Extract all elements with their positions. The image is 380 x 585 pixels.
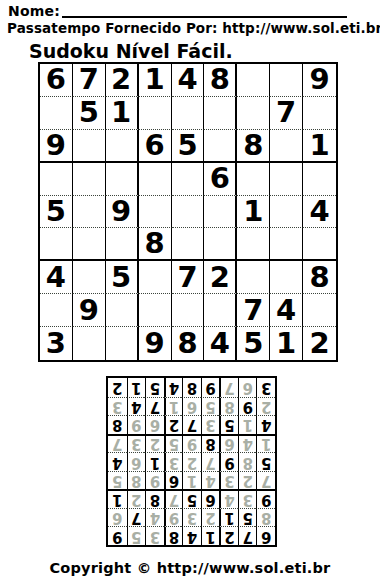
cell-r4c4: 4 [201,471,220,490]
cell-r9c1: 3 [40,327,73,360]
cell-r6c6[interactable] [204,228,237,261]
cell-r3c9: 1 [303,130,336,163]
cell-r4c3[interactable] [106,163,139,196]
cell-r9c7: 5 [145,378,164,397]
cell-r8c9: 3 [108,397,127,416]
cell-r1c1: 6 [40,64,73,97]
cell-r1c8: 5 [127,526,146,545]
cell-r6c1: 1 [256,434,275,453]
cell-r9c8: 1 [270,327,303,360]
cell-r2c4: 2 [201,508,220,527]
cell-r5c6[interactable] [204,196,237,229]
cell-r1c6: 8 [204,64,237,97]
cell-r5c7: 1 [145,452,164,471]
cell-r8c5: 6 [182,397,201,416]
cell-r1c1: 6 [256,526,275,545]
cell-r8c2: 9 [238,397,257,416]
cell-r2c3: 1 [106,97,139,130]
cell-r8c4[interactable] [139,294,172,327]
cell-r5c2[interactable] [73,196,106,229]
cell-r6c7: 2 [145,434,164,453]
cell-r1c6: 8 [164,526,183,545]
cell-r4c6: 6 [204,163,237,196]
cell-r7c9: 8 [108,415,127,434]
cell-r5c5[interactable] [172,196,205,229]
cell-r7c6: 2 [204,261,237,294]
cell-r1c5: 4 [172,64,205,97]
cell-r8c4: 5 [201,397,220,416]
cell-r8c1: 2 [256,397,275,416]
cell-r7c3: 5 [219,415,238,434]
cell-r4c2[interactable] [73,163,106,196]
cell-r2c9: 6 [108,508,127,527]
cell-r7c2: 1 [238,415,257,434]
cell-r7c6: 2 [164,415,183,434]
cell-r1c4: 1 [139,64,172,97]
cell-r9c1: 3 [256,378,275,397]
cell-r2c3: 1 [219,508,238,527]
cell-r9c8: 1 [127,378,146,397]
cell-r8c8: 4 [270,294,303,327]
cell-r4c3: 3 [219,471,238,490]
copyright-text: Copyright © http://www.sol.eti.br [0,560,380,576]
cell-r9c6: 4 [204,327,237,360]
cell-r5c3: 9 [219,452,238,471]
cell-r5c3: 9 [106,196,139,229]
solution-grid: 6721483598512394769346578217234169855897… [106,376,277,547]
cell-r3c5: 5 [172,130,205,163]
cell-r2c1[interactable] [40,97,73,130]
cell-r1c2: 7 [238,526,257,545]
cell-r8c8: 4 [127,397,146,416]
cell-r7c1: 4 [256,415,275,434]
cell-r7c3: 5 [106,261,139,294]
cell-r8c7: 7 [145,397,164,416]
cell-r6c5: 9 [182,434,201,453]
cell-r7c5: 7 [172,261,205,294]
cell-r3c9: 1 [108,489,127,508]
cell-r5c8: 6 [127,452,146,471]
cell-r3c2[interactable] [73,130,106,163]
cell-r9c4: 9 [139,327,172,360]
cell-r4c7: 9 [145,471,164,490]
cell-r9c2: 6 [238,378,257,397]
cell-r8c7: 7 [237,294,270,327]
cell-r2c2: 5 [73,97,106,130]
cell-r7c4[interactable] [139,261,172,294]
cell-r4c6: 6 [164,471,183,490]
cell-r9c5: 8 [182,378,201,397]
cell-r3c7: 8 [145,489,164,508]
cell-r3c5: 5 [182,489,201,508]
cell-r4c7[interactable] [237,163,270,196]
page-title: Sudoku Nível Fácil. [29,40,233,62]
cell-r2c6: 9 [164,508,183,527]
cell-r4c9: 5 [108,471,127,490]
cell-r6c9[interactable] [303,228,336,261]
cell-r5c5: 2 [182,452,201,471]
cell-r7c4: 3 [201,415,220,434]
cell-r2c8: 7 [127,508,146,527]
cell-r2c4[interactable] [139,97,172,130]
cell-r7c9: 8 [303,261,336,294]
cell-r9c2[interactable] [73,327,106,360]
cell-r2c6[interactable] [204,97,237,130]
cell-r1c5: 4 [182,526,201,545]
cell-r9c9: 2 [303,327,336,360]
cell-r7c5: 7 [182,415,201,434]
cell-r4c1: 7 [256,471,275,490]
cell-r5c2: 8 [238,452,257,471]
cell-r1c8[interactable] [270,64,303,97]
cell-r2c2: 5 [238,508,257,527]
cell-r8c2: 9 [73,294,106,327]
cell-r5c1: 5 [40,196,73,229]
provider-text: Passatempo Fornecido Por: http://www.sol… [7,20,380,36]
cell-r6c4: 8 [201,434,220,453]
cell-r2c7: 4 [145,508,164,527]
cell-r6c2: 4 [238,434,257,453]
cell-r7c1: 4 [40,261,73,294]
name-underline[interactable] [62,16,347,18]
cell-r5c6: 3 [164,452,183,471]
cell-r7c7[interactable] [237,261,270,294]
cell-r8c6[interactable] [204,294,237,327]
cell-r6c3: 6 [219,434,238,453]
cell-r3c4: 6 [201,489,220,508]
cell-r6c9: 7 [108,434,127,453]
cell-r1c3: 2 [219,526,238,545]
cell-r5c7: 1 [237,196,270,229]
cell-r7c8: 9 [127,415,146,434]
cell-r1c9: 9 [108,526,127,545]
cell-r2c5: 3 [182,508,201,527]
cell-r8c3: 8 [219,397,238,416]
cell-r3c8[interactable] [270,130,303,163]
cell-r5c8[interactable] [270,196,303,229]
cell-r4c8: 8 [127,471,146,490]
cell-r9c6: 4 [164,378,183,397]
cell-r5c9: 4 [303,196,336,229]
cell-r8c5[interactable] [172,294,205,327]
cell-r2c7[interactable] [237,97,270,130]
cell-r1c9: 9 [303,64,336,97]
cell-r3c1: 9 [256,489,275,508]
cell-r1c3: 2 [106,64,139,97]
cell-r3c8: 2 [127,489,146,508]
cell-r2c8: 7 [270,97,303,130]
cell-r3c6: 7 [164,489,183,508]
cell-r4c2: 2 [238,471,257,490]
cell-r7c2[interactable] [73,261,106,294]
cell-r3c7: 8 [237,130,270,163]
cell-r3c3: 4 [219,489,238,508]
cell-r6c4: 8 [139,228,172,261]
cell-r7c8[interactable] [270,261,303,294]
cell-r4c5: 1 [182,471,201,490]
cell-r4c1[interactable] [40,163,73,196]
cell-r1c4: 1 [201,526,220,545]
cell-r4c9[interactable] [303,163,336,196]
cell-r2c5[interactable] [172,97,205,130]
cell-r6c6: 5 [164,434,183,453]
cell-r6c5[interactable] [172,228,205,261]
cell-r5c4[interactable] [139,196,172,229]
cell-r9c7: 5 [237,327,270,360]
cell-r6c8: 3 [127,434,146,453]
cell-r6c8[interactable] [270,228,303,261]
sudoku-grid: 672148951796581659148457289743984512 [38,62,338,362]
cell-r6c3[interactable] [106,228,139,261]
cell-r4c4[interactable] [139,163,172,196]
cell-r6c1[interactable] [40,228,73,261]
cell-r5c1: 5 [256,452,275,471]
name-row: Nome: [8,3,347,19]
cell-r4c8[interactable] [270,163,303,196]
cell-r1c7[interactable] [237,64,270,97]
cell-r8c1[interactable] [40,294,73,327]
cell-r9c4: 9 [201,378,220,397]
cell-r3c1: 9 [40,130,73,163]
cell-r3c2: 3 [238,489,257,508]
cell-r3c6[interactable] [204,130,237,163]
name-label: Nome: [8,3,60,19]
cell-r5c9: 4 [108,452,127,471]
cell-r5c4: 7 [201,452,220,471]
cell-r6c2[interactable] [73,228,106,261]
cell-r8c6: 1 [164,397,183,416]
cell-r1c7: 3 [145,526,164,545]
cell-r7c7: 6 [145,415,164,434]
cell-r2c1: 8 [256,508,275,527]
cell-r2c9[interactable] [303,97,336,130]
cell-r9c9: 2 [108,378,127,397]
cell-r1c2: 7 [73,64,106,97]
cell-r8c9[interactable] [303,294,336,327]
cell-r9c5: 8 [172,327,205,360]
cell-r8c3[interactable] [106,294,139,327]
cell-r4c5[interactable] [172,163,205,196]
cell-r3c3[interactable] [106,130,139,163]
cell-r6c7[interactable] [237,228,270,261]
cell-r9c3[interactable] [106,327,139,360]
cell-r3c4: 6 [139,130,172,163]
cell-r9c3: 7 [219,378,238,397]
